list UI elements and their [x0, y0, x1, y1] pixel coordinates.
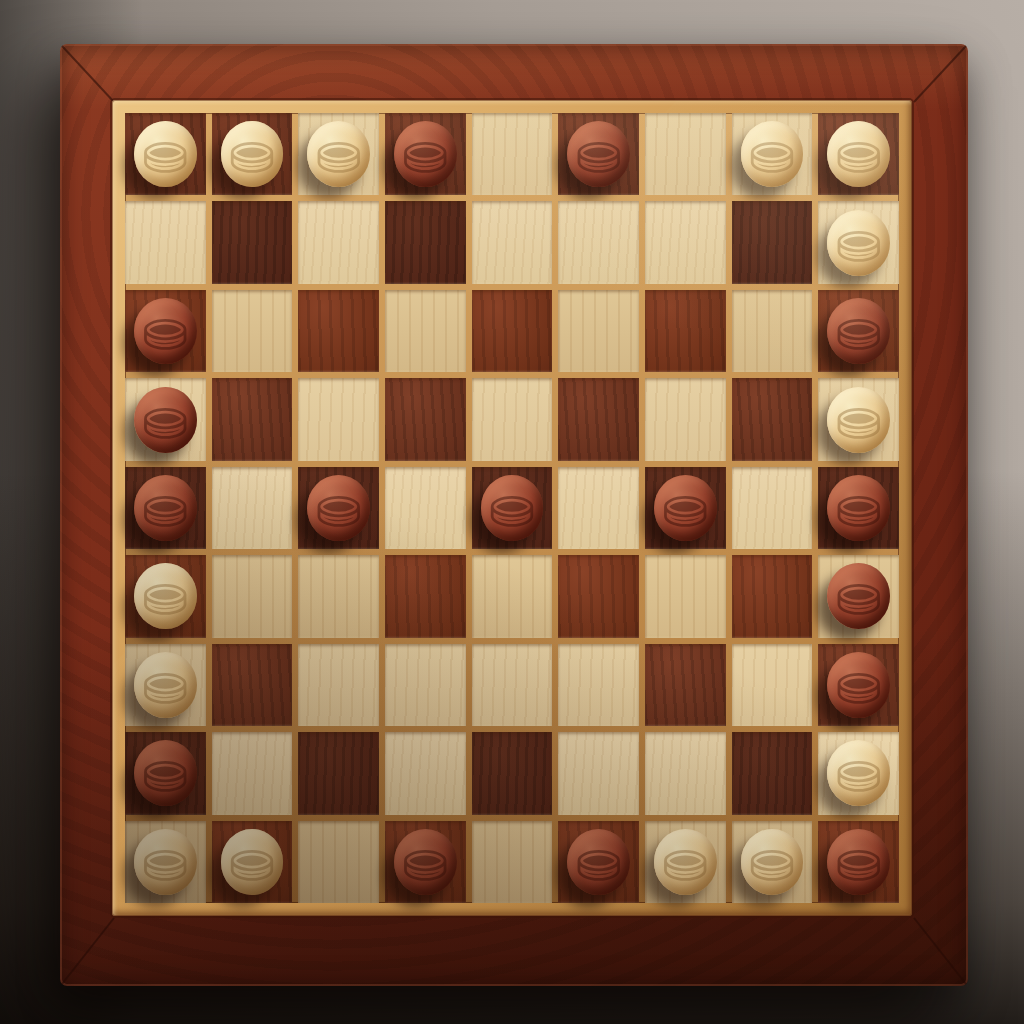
- red-piece-r7c9[interactable]: ⛂: [827, 652, 890, 718]
- square-r9c4[interactable]: ⛂: [385, 821, 466, 903]
- red-piece-r5c1[interactable]: ⛂: [134, 475, 197, 541]
- square-r8c2[interactable]: [212, 732, 293, 814]
- square-r2c2[interactable]: [212, 201, 293, 283]
- square-r5c7[interactable]: ⛂: [645, 467, 726, 549]
- square-r2c1[interactable]: [125, 201, 206, 283]
- square-r1c8[interactable]: ⛂: [732, 113, 813, 195]
- square-r6c2[interactable]: [212, 555, 293, 637]
- square-r5c1[interactable]: ⛂: [125, 467, 206, 549]
- square-r5c4[interactable]: [385, 467, 466, 549]
- square-r6c7[interactable]: [645, 555, 726, 637]
- square-r4c8[interactable]: [732, 378, 813, 460]
- red-piece-r5c9[interactable]: ⛂: [827, 475, 890, 541]
- cream-piece-r9c7[interactable]: ⛂: [654, 829, 717, 895]
- cream-piece-r4c9[interactable]: ⛂: [827, 387, 890, 453]
- square-r7c2[interactable]: [212, 644, 293, 726]
- square-r9c1[interactable]: ⛂: [125, 821, 206, 903]
- square-r8c8[interactable]: [732, 732, 813, 814]
- square-r5c2[interactable]: [212, 467, 293, 549]
- square-r1c3[interactable]: ⛂: [298, 113, 379, 195]
- square-r3c9[interactable]: ⛂: [818, 290, 899, 372]
- square-r1c1[interactable]: ⛂: [125, 113, 206, 195]
- cream-piece-r2c9[interactable]: ⛂: [827, 210, 890, 276]
- square-r7c8[interactable]: [732, 644, 813, 726]
- square-r5c9[interactable]: ⛂: [818, 467, 899, 549]
- square-r9c6[interactable]: ⛂: [558, 821, 639, 903]
- square-r1c9[interactable]: ⛂: [818, 113, 899, 195]
- square-r7c5[interactable]: [472, 644, 553, 726]
- red-piece-r9c9[interactable]: ⛂: [827, 829, 890, 895]
- square-r6c5[interactable]: [472, 555, 553, 637]
- square-r9c8[interactable]: ⛂: [732, 821, 813, 903]
- red-piece-r6c9[interactable]: ⛂: [827, 563, 890, 629]
- cream-piece-r9c8[interactable]: ⛂: [741, 829, 804, 895]
- square-r6c4[interactable]: [385, 555, 466, 637]
- square-r3c2[interactable]: [212, 290, 293, 372]
- square-r3c4[interactable]: [385, 290, 466, 372]
- square-r8c4[interactable]: [385, 732, 466, 814]
- red-piece-r8c1[interactable]: ⛂: [134, 740, 197, 806]
- square-r5c5[interactable]: ⛂: [472, 467, 553, 549]
- square-r6c1[interactable]: ⛂: [125, 555, 206, 637]
- wall-background: ⛂⛂⛂⛂⛂⛂⛂⛂⛂⛂⛂⛂⛂⛂⛂⛂⛂⛂⛂⛂⛂⛂⛂⛂⛂⛂⛂⛂⛂⛂: [0, 0, 1024, 1024]
- red-piece-r3c1[interactable]: ⛂: [134, 298, 197, 364]
- square-r7c6[interactable]: [558, 644, 639, 726]
- square-r7c7[interactable]: [645, 644, 726, 726]
- square-r1c4[interactable]: ⛂: [385, 113, 466, 195]
- square-r9c7[interactable]: ⛂: [645, 821, 726, 903]
- square-r3c6[interactable]: [558, 290, 639, 372]
- square-r1c5[interactable]: [472, 113, 553, 195]
- square-r8c7[interactable]: [645, 732, 726, 814]
- red-piece-r9c6[interactable]: ⛂: [567, 829, 630, 895]
- square-r2c4[interactable]: [385, 201, 466, 283]
- board-frame: ⛂⛂⛂⛂⛂⛂⛂⛂⛂⛂⛂⛂⛂⛂⛂⛂⛂⛂⛂⛂⛂⛂⛂⛂⛂⛂⛂⛂⛂⛂: [60, 44, 968, 986]
- square-r4c1[interactable]: ⛂: [125, 378, 206, 460]
- square-r8c9[interactable]: ⛂: [818, 732, 899, 814]
- cream-piece-r8c9[interactable]: ⛂: [827, 740, 890, 806]
- square-r8c5[interactable]: [472, 732, 553, 814]
- square-r2c7[interactable]: [645, 201, 726, 283]
- checkers-board: ⛂⛂⛂⛂⛂⛂⛂⛂⛂⛂⛂⛂⛂⛂⛂⛂⛂⛂⛂⛂⛂⛂⛂⛂⛂⛂⛂⛂⛂⛂: [125, 113, 899, 903]
- cream-piece-r1c9[interactable]: ⛂: [827, 121, 890, 187]
- square-r1c7[interactable]: [645, 113, 726, 195]
- square-r8c3[interactable]: [298, 732, 379, 814]
- square-r3c5[interactable]: [472, 290, 553, 372]
- red-piece-r3c9[interactable]: ⛂: [827, 298, 890, 364]
- square-r9c5[interactable]: [472, 821, 553, 903]
- square-r4c6[interactable]: [558, 378, 639, 460]
- square-r2c9[interactable]: ⛂: [818, 201, 899, 283]
- square-r7c3[interactable]: [298, 644, 379, 726]
- square-r6c3[interactable]: [298, 555, 379, 637]
- square-r4c7[interactable]: [645, 378, 726, 460]
- red-piece-r5c5[interactable]: ⛂: [481, 475, 544, 541]
- square-r2c5[interactable]: [472, 201, 553, 283]
- square-r4c4[interactable]: [385, 378, 466, 460]
- red-piece-r5c3[interactable]: ⛂: [307, 475, 370, 541]
- square-r5c8[interactable]: [732, 467, 813, 549]
- square-r3c8[interactable]: [732, 290, 813, 372]
- square-r1c2[interactable]: ⛂: [212, 113, 293, 195]
- square-r4c2[interactable]: [212, 378, 293, 460]
- square-r3c7[interactable]: [645, 290, 726, 372]
- square-r2c3[interactable]: [298, 201, 379, 283]
- square-r2c6[interactable]: [558, 201, 639, 283]
- red-piece-r9c4[interactable]: ⛂: [394, 829, 457, 895]
- cream-piece-r1c1[interactable]: ⛂: [134, 121, 197, 187]
- cream-piece-r9c2[interactable]: ⛂: [221, 829, 284, 895]
- cream-piece-r1c8[interactable]: ⛂: [741, 121, 804, 187]
- square-r7c1[interactable]: ⛂: [125, 644, 206, 726]
- square-r4c5[interactable]: [472, 378, 553, 460]
- square-r9c2[interactable]: ⛂: [212, 821, 293, 903]
- square-r3c3[interactable]: [298, 290, 379, 372]
- square-r6c6[interactable]: [558, 555, 639, 637]
- square-r6c9[interactable]: ⛂: [818, 555, 899, 637]
- square-r2c8[interactable]: [732, 201, 813, 283]
- square-r4c3[interactable]: [298, 378, 379, 460]
- square-r5c6[interactable]: [558, 467, 639, 549]
- square-r6c8[interactable]: [732, 555, 813, 637]
- square-r7c4[interactable]: [385, 644, 466, 726]
- square-r8c6[interactable]: [558, 732, 639, 814]
- square-r8c1[interactable]: ⛂: [125, 732, 206, 814]
- square-r1c6[interactable]: ⛂: [558, 113, 639, 195]
- cream-piece-r1c3[interactable]: ⛂: [307, 121, 370, 187]
- square-r9c3[interactable]: [298, 821, 379, 903]
- red-piece-r5c7[interactable]: ⛂: [654, 475, 717, 541]
- square-r3c1[interactable]: ⛂: [125, 290, 206, 372]
- cream-piece-r6c1[interactable]: ⛂: [134, 563, 197, 629]
- square-r4c9[interactable]: ⛂: [818, 378, 899, 460]
- cream-piece-r1c2[interactable]: ⛂: [221, 121, 284, 187]
- red-piece-r1c4[interactable]: ⛂: [394, 121, 457, 187]
- square-r9c9[interactable]: ⛂: [818, 821, 899, 903]
- square-r5c3[interactable]: ⛂: [298, 467, 379, 549]
- cream-piece-r9c1[interactable]: ⛂: [134, 829, 197, 895]
- red-piece-r1c6[interactable]: ⛂: [567, 121, 630, 187]
- gold-molding: ⛂⛂⛂⛂⛂⛂⛂⛂⛂⛂⛂⛂⛂⛂⛂⛂⛂⛂⛂⛂⛂⛂⛂⛂⛂⛂⛂⛂⛂⛂: [112, 100, 912, 916]
- square-r7c9[interactable]: ⛂: [818, 644, 899, 726]
- cream-piece-r7c1[interactable]: ⛂: [134, 652, 197, 718]
- red-piece-r4c1[interactable]: ⛂: [134, 387, 197, 453]
